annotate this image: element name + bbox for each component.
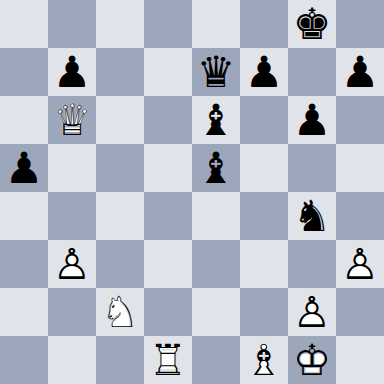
- square-e7[interactable]: ♛: [192, 48, 240, 96]
- square-a6[interactable]: [0, 96, 48, 144]
- square-c6[interactable]: [96, 96, 144, 144]
- white-queen-outline: ♕: [48, 96, 96, 144]
- white-knight-outline: ♘: [96, 288, 144, 336]
- square-d8[interactable]: [144, 0, 192, 48]
- square-f7[interactable]: ♟: [240, 48, 288, 96]
- square-a8[interactable]: [0, 0, 48, 48]
- square-h7[interactable]: ♟: [336, 48, 384, 96]
- square-f6[interactable]: [240, 96, 288, 144]
- square-h3[interactable]: ♟♙: [336, 240, 384, 288]
- square-a5[interactable]: ♟: [0, 144, 48, 192]
- white-pawn-piece[interactable]: ♟♙: [336, 240, 384, 288]
- white-rook-outline: ♖: [144, 336, 192, 384]
- square-c5[interactable]: [96, 144, 144, 192]
- square-c2[interactable]: ♞♘: [96, 288, 144, 336]
- square-c1[interactable]: [96, 336, 144, 384]
- square-g2[interactable]: ♟♙: [288, 288, 336, 336]
- square-h2[interactable]: [336, 288, 384, 336]
- chess-board: ♚♟♛♟♟♛♕♝♟♟♝♞♟♙♟♙♞♘♟♙♜♖♝♗♚♔: [0, 0, 384, 384]
- black-pawn-piece[interactable]: ♟: [240, 48, 288, 96]
- white-pawn-outline: ♙: [288, 288, 336, 336]
- black-bishop-piece[interactable]: ♝: [192, 96, 240, 144]
- black-bishop-piece[interactable]: ♝: [192, 144, 240, 192]
- square-a2[interactable]: [0, 288, 48, 336]
- square-b4[interactable]: [48, 192, 96, 240]
- square-e6[interactable]: ♝: [192, 96, 240, 144]
- square-f2[interactable]: [240, 288, 288, 336]
- square-b6[interactable]: ♛♕: [48, 96, 96, 144]
- square-a1[interactable]: [0, 336, 48, 384]
- square-h4[interactable]: [336, 192, 384, 240]
- square-a4[interactable]: [0, 192, 48, 240]
- square-g8[interactable]: ♚: [288, 0, 336, 48]
- square-b1[interactable]: [48, 336, 96, 384]
- square-b7[interactable]: ♟: [48, 48, 96, 96]
- square-c4[interactable]: [96, 192, 144, 240]
- square-f4[interactable]: [240, 192, 288, 240]
- square-c8[interactable]: [96, 0, 144, 48]
- square-d5[interactable]: [144, 144, 192, 192]
- white-rook-piece[interactable]: ♜♖: [144, 336, 192, 384]
- black-knight-piece[interactable]: ♞: [288, 192, 336, 240]
- square-e1[interactable]: [192, 336, 240, 384]
- square-d7[interactable]: [144, 48, 192, 96]
- white-queen-piece[interactable]: ♛♕: [48, 96, 96, 144]
- white-pawn-piece[interactable]: ♟♙: [288, 288, 336, 336]
- square-f5[interactable]: [240, 144, 288, 192]
- square-b8[interactable]: [48, 0, 96, 48]
- black-pawn-piece[interactable]: ♟: [288, 96, 336, 144]
- square-d2[interactable]: [144, 288, 192, 336]
- square-h1[interactable]: [336, 336, 384, 384]
- square-h5[interactable]: [336, 144, 384, 192]
- square-f3[interactable]: [240, 240, 288, 288]
- black-queen-piece[interactable]: ♛: [192, 48, 240, 96]
- square-b5[interactable]: [48, 144, 96, 192]
- square-g3[interactable]: [288, 240, 336, 288]
- square-f8[interactable]: [240, 0, 288, 48]
- black-pawn-piece[interactable]: ♟: [336, 48, 384, 96]
- white-pawn-outline: ♙: [48, 240, 96, 288]
- square-b3[interactable]: ♟♙: [48, 240, 96, 288]
- white-bishop-outline: ♗: [240, 336, 288, 384]
- square-d1[interactable]: ♜♖: [144, 336, 192, 384]
- square-c3[interactable]: [96, 240, 144, 288]
- square-f1[interactable]: ♝♗: [240, 336, 288, 384]
- square-c7[interactable]: [96, 48, 144, 96]
- square-g1[interactable]: ♚♔: [288, 336, 336, 384]
- chess-board-container: ♚♟♛♟♟♛♕♝♟♟♝♞♟♙♟♙♞♘♟♙♜♖♝♗♚♔: [0, 0, 384, 384]
- white-bishop-piece[interactable]: ♝♗: [240, 336, 288, 384]
- square-g7[interactable]: [288, 48, 336, 96]
- square-b2[interactable]: [48, 288, 96, 336]
- square-e8[interactable]: [192, 0, 240, 48]
- black-pawn-piece[interactable]: ♟: [0, 144, 48, 192]
- white-king-piece[interactable]: ♚♔: [288, 336, 336, 384]
- square-g4[interactable]: ♞: [288, 192, 336, 240]
- square-a7[interactable]: [0, 48, 48, 96]
- black-king-piece[interactable]: ♚: [288, 0, 336, 48]
- square-e3[interactable]: [192, 240, 240, 288]
- square-h8[interactable]: [336, 0, 384, 48]
- square-d6[interactable]: [144, 96, 192, 144]
- square-g5[interactable]: [288, 144, 336, 192]
- white-king-outline: ♔: [288, 336, 336, 384]
- square-e4[interactable]: [192, 192, 240, 240]
- square-d4[interactable]: [144, 192, 192, 240]
- white-knight-piece[interactable]: ♞♘: [96, 288, 144, 336]
- white-pawn-piece[interactable]: ♟♙: [48, 240, 96, 288]
- white-pawn-outline: ♙: [336, 240, 384, 288]
- square-e5[interactable]: ♝: [192, 144, 240, 192]
- black-pawn-piece[interactable]: ♟: [48, 48, 96, 96]
- square-g6[interactable]: ♟: [288, 96, 336, 144]
- square-a3[interactable]: [0, 240, 48, 288]
- square-d3[interactable]: [144, 240, 192, 288]
- square-e2[interactable]: [192, 288, 240, 336]
- square-h6[interactable]: [336, 96, 384, 144]
